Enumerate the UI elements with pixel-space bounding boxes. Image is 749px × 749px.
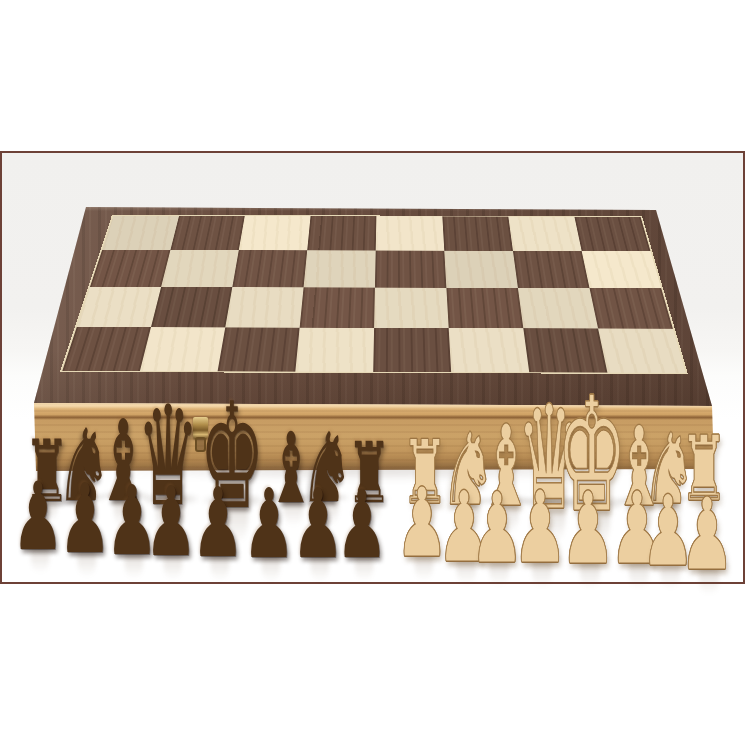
product-photo: ♜♞♝♛♚♝♞♜♜♞♝♛♚♝♞♜♟♟♟♟♟♟♟♟♟♟♟♟♟♟♟♟ [0, 0, 749, 749]
chess-piece-dark-pawn: ♟ [336, 478, 388, 572]
pieces-layer: ♜♞♝♛♚♝♞♜♜♞♝♛♚♝♞♜♟♟♟♟♟♟♟♟♟♟♟♟♟♟♟♟ [0, 0, 749, 749]
chess-piece-dark-pawn: ♟ [191, 475, 244, 571]
chess-piece-light-pawn: ♟ [560, 479, 616, 579]
chess-piece-dark-pawn: ♟ [144, 474, 197, 570]
chess-piece-dark-pawn: ♟ [242, 476, 295, 572]
chess-piece-dark-pawn: ♟ [12, 470, 64, 564]
chess-piece-light-pawn: ♟ [679, 485, 735, 585]
chess-piece-dark-pawn: ♟ [58, 471, 111, 567]
